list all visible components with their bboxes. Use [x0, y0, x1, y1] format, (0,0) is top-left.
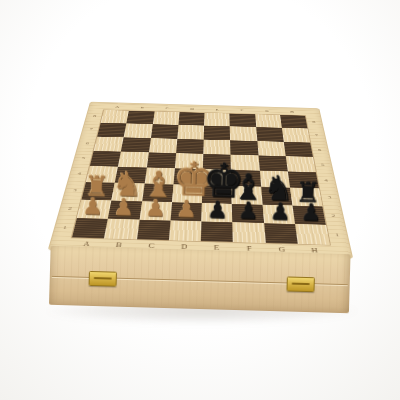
square-a2[interactable]: ♟	[77, 199, 112, 218]
square-b8[interactable]	[127, 111, 155, 125]
square-c7[interactable]	[150, 124, 178, 138]
board-grid: ♜♞♝♚♚♝♞♜♟♟♟♟♟♟♟♟	[72, 110, 330, 245]
square-g7[interactable]	[256, 127, 284, 141]
square-h7[interactable]	[282, 128, 310, 142]
square-h1[interactable]	[295, 224, 330, 245]
square-c1[interactable]	[136, 220, 170, 241]
piece-white-pawn-a2[interactable]: ♟	[77, 195, 109, 219]
brass-clasp-left	[89, 271, 117, 287]
square-e1[interactable]	[201, 221, 233, 242]
chess-box: ABCDEFGH ABCDEFGH 87654321 87654321 ♜♞♝♚…	[0, 0, 400, 400]
rank-label-5: 5	[313, 157, 333, 173]
square-d7[interactable]	[177, 125, 204, 139]
rank-label-8: 8	[305, 116, 323, 129]
piece-white-pawn-b2[interactable]: ♟	[108, 196, 140, 220]
square-e7[interactable]	[204, 126, 231, 140]
square-h8[interactable]	[280, 115, 308, 129]
piece-white-pawn-d2[interactable]: ♟	[170, 197, 202, 221]
square-a7[interactable]	[97, 123, 126, 137]
brass-clasp-right	[286, 277, 314, 293]
square-g2[interactable]: ♟	[262, 204, 295, 223]
square-a8[interactable]	[101, 110, 129, 124]
piece-black-pawn-h2[interactable]: ♟	[295, 201, 327, 225]
square-d8[interactable]	[178, 112, 204, 126]
square-h6[interactable]	[283, 142, 312, 157]
board-frame: ABCDEFGH ABCDEFGH 87654321 87654321 ♜♞♝♚…	[49, 102, 352, 258]
rank-label-7: 7	[307, 129, 326, 143]
square-d1[interactable]	[169, 220, 202, 241]
square-f2[interactable]: ♟	[232, 204, 264, 223]
square-g1[interactable]	[264, 223, 298, 244]
square-h2[interactable]: ♟	[292, 205, 326, 224]
square-f7[interactable]	[230, 126, 257, 140]
square-e2[interactable]: ♟	[201, 203, 232, 222]
chess-board: ABCDEFGH ABCDEFGH 87654321 87654321 ♜♞♝♚…	[49, 102, 352, 258]
piece-black-pawn-g2[interactable]: ♟	[264, 200, 296, 224]
box-front-panel	[49, 246, 351, 313]
rank-label-6: 6	[310, 142, 329, 157]
square-b1[interactable]	[104, 219, 139, 240]
square-a1[interactable]	[72, 218, 108, 239]
square-g6[interactable]	[257, 141, 286, 156]
piece-black-pawn-e2[interactable]: ♟	[201, 198, 233, 222]
square-f1[interactable]	[233, 222, 266, 243]
square-g8[interactable]	[255, 114, 282, 128]
piece-white-pawn-c2[interactable]: ♟	[139, 196, 171, 220]
square-b2[interactable]: ♟	[108, 200, 142, 219]
square-e8[interactable]	[204, 113, 230, 127]
square-b7[interactable]	[124, 124, 152, 138]
square-c8[interactable]	[152, 111, 179, 125]
square-f8[interactable]	[230, 114, 256, 128]
product-photo: ABCDEFGH ABCDEFGH 87654321 87654321 ♜♞♝♚…	[0, 0, 400, 400]
square-c2[interactable]: ♟	[139, 201, 172, 220]
square-a6[interactable]	[94, 136, 124, 151]
piece-black-pawn-f2[interactable]: ♟	[233, 199, 265, 223]
square-b6[interactable]	[121, 137, 150, 152]
square-d2[interactable]: ♟	[170, 202, 202, 221]
